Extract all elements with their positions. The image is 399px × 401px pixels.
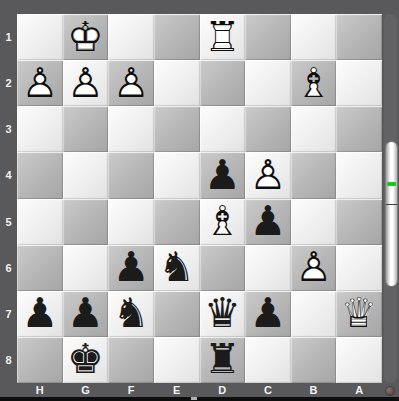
square-e5[interactable] [154,199,200,245]
square-g3[interactable] [63,106,109,152]
square-b8[interactable] [291,337,337,383]
square-h4[interactable] [17,152,63,198]
piece-black-pawn[interactable]: ♟ [200,152,246,198]
piece-white-pawn[interactable]: ♟♙ [108,60,154,106]
square-e8[interactable] [154,337,200,383]
piece-white-queen[interactable]: ♛♕ [336,291,382,337]
square-b1[interactable] [291,14,337,60]
piece-black-pawn[interactable]: ♟ [245,199,291,245]
black-king-icon: ♚ [63,337,109,383]
square-g4[interactable] [63,152,109,198]
status-indicator-dot [385,386,395,396]
white-rook-icon: ♜ [200,14,246,60]
rank-label-3: 3 [0,106,17,152]
file-label-c: C [245,383,291,397]
eval-green-marker [387,182,396,186]
file-labels: HGFEDCBA [17,383,382,397]
square-a2[interactable] [336,60,382,106]
rank-label-5: 5 [0,199,17,245]
square-h8[interactable] [17,337,63,383]
white-rook-outline-icon: ♖ [200,14,246,60]
square-h3[interactable] [17,106,63,152]
piece-white-pawn[interactable]: ♟♙ [17,60,63,106]
square-b4[interactable] [291,152,337,198]
square-d3[interactable] [200,106,246,152]
square-h7[interactable]: ♟ [17,291,63,337]
white-pawn-outline-icon: ♙ [108,60,154,106]
eval-zero-line [386,204,397,205]
square-d4[interactable]: ♟ [200,152,246,198]
square-h2[interactable]: ♟♙ [17,60,63,106]
black-pawn-icon: ♟ [200,152,246,198]
black-pawn-icon: ♟ [108,245,154,291]
square-d5[interactable]: ♝♗ [200,199,246,245]
square-d2[interactable] [200,60,246,106]
piece-white-king[interactable]: ♚♔ [63,14,109,60]
black-queen-icon: ♛ [200,291,246,337]
square-e2[interactable] [154,60,200,106]
piece-black-pawn[interactable]: ♟ [108,245,154,291]
white-bishop-outline-icon: ♗ [200,199,246,245]
chess-app-window: ♚♔♜♖♟♙♟♙♟♙♝♗♟♟♙♝♗♟♟♞♟♙♟♟♞♛♟♛♕♚♜ 12345678… [0,0,399,401]
square-a8[interactable] [336,337,382,383]
piece-black-rook[interactable]: ♜ [200,337,246,383]
square-g1[interactable]: ♚♔ [63,14,109,60]
white-pawn-icon: ♟ [63,60,109,106]
piece-black-pawn[interactable]: ♟ [245,291,291,337]
piece-white-rook[interactable]: ♜♖ [200,14,246,60]
square-g7[interactable]: ♟ [63,291,109,337]
square-a7[interactable]: ♛♕ [336,291,382,337]
rank-label-7: 7 [0,291,17,337]
square-f1[interactable] [108,14,154,60]
square-e3[interactable] [154,106,200,152]
square-c6[interactable] [245,245,291,291]
white-pawn-icon: ♟ [17,60,63,106]
piece-black-king[interactable]: ♚ [63,337,109,383]
square-c7[interactable]: ♟ [245,291,291,337]
square-h5[interactable] [17,199,63,245]
square-g5[interactable] [63,199,109,245]
square-d6[interactable] [200,245,246,291]
square-c5[interactable]: ♟ [245,199,291,245]
square-f8[interactable] [108,337,154,383]
black-pawn-icon: ♟ [245,199,291,245]
white-pawn-outline-icon: ♙ [63,60,109,106]
square-g6[interactable] [63,245,109,291]
square-d7[interactable]: ♛ [200,291,246,337]
square-f4[interactable] [108,152,154,198]
rank-label-8: 8 [0,337,17,383]
square-e4[interactable] [154,152,200,198]
square-a5[interactable] [336,199,382,245]
square-b5[interactable] [291,199,337,245]
file-label-a: A [336,383,382,397]
piece-black-queen[interactable]: ♛ [200,291,246,337]
square-h6[interactable] [17,245,63,291]
piece-black-knight[interactable]: ♞ [154,245,200,291]
square-h1[interactable] [17,14,63,60]
square-c1[interactable] [245,14,291,60]
chess-board: ♚♔♜♖♟♙♟♙♟♙♝♗♟♟♙♝♗♟♟♞♟♙♟♟♞♛♟♛♕♚♜ [17,14,382,383]
square-e7[interactable] [154,291,200,337]
file-label-d: D [200,383,246,397]
rank-labels: 12345678 [0,14,17,383]
white-bishop-outline-icon: ♗ [291,60,337,106]
square-b6[interactable]: ♟♙ [291,245,337,291]
black-knight-icon: ♞ [154,245,200,291]
rank-label-4: 4 [0,152,17,198]
black-pawn-icon: ♟ [63,291,109,337]
square-f7[interactable]: ♞ [108,291,154,337]
rank-label-2: 2 [0,60,17,106]
square-c3[interactable] [245,106,291,152]
file-label-g: G [63,383,109,397]
square-b2[interactable]: ♝♗ [291,60,337,106]
square-g8[interactable]: ♚ [63,337,109,383]
rank-label-1: 1 [0,14,17,60]
file-label-b: B [291,383,337,397]
piece-white-bishop[interactable]: ♝♗ [200,199,246,245]
white-queen-outline-icon: ♕ [336,291,382,337]
piece-black-pawn[interactable]: ♟ [17,291,63,337]
square-e6[interactable]: ♞ [154,245,200,291]
black-rook-icon: ♜ [200,337,246,383]
piece-white-pawn[interactable]: ♟♙ [291,245,337,291]
eval-bar-thumb[interactable] [385,141,398,287]
piece-black-pawn[interactable]: ♟ [63,291,109,337]
square-f6[interactable]: ♟ [108,245,154,291]
square-a6[interactable] [336,245,382,291]
resize-notch [191,397,197,400]
black-pawn-icon: ♟ [17,291,63,337]
white-pawn-icon: ♟ [245,152,291,198]
square-c2[interactable] [245,60,291,106]
file-label-f: F [108,383,154,397]
square-c4[interactable]: ♟♙ [245,152,291,198]
square-f5[interactable] [108,199,154,245]
square-c8[interactable] [245,337,291,383]
white-queen-icon: ♛ [336,291,382,337]
white-pawn-icon: ♟ [108,60,154,106]
square-a3[interactable] [336,106,382,152]
square-b7[interactable] [291,291,337,337]
square-b3[interactable] [291,106,337,152]
black-pawn-icon: ♟ [245,291,291,337]
square-f2[interactable]: ♟♙ [108,60,154,106]
white-pawn-outline-icon: ♙ [245,152,291,198]
white-pawn-outline-icon: ♙ [17,60,63,106]
eval-bar-track [384,14,397,383]
eval-bar-panel [382,0,399,401]
piece-white-pawn[interactable]: ♟♙ [63,60,109,106]
white-king-icon: ♚ [63,14,109,60]
square-g2[interactable]: ♟♙ [63,60,109,106]
white-pawn-outline-icon: ♙ [291,245,337,291]
piece-white-pawn[interactable]: ♟♙ [245,152,291,198]
square-d8[interactable]: ♜ [200,337,246,383]
white-bishop-icon: ♝ [200,199,246,245]
square-a4[interactable] [336,152,382,198]
piece-white-bishop[interactable]: ♝♗ [291,60,337,106]
file-label-e: E [154,383,200,397]
square-a1[interactable] [336,14,382,60]
white-bishop-icon: ♝ [291,60,337,106]
square-e1[interactable] [154,14,200,60]
white-king-outline-icon: ♔ [63,14,109,60]
black-knight-icon: ♞ [108,291,154,337]
window-bottom-edge [0,397,399,401]
piece-black-knight[interactable]: ♞ [108,291,154,337]
square-f3[interactable] [108,106,154,152]
rank-label-6: 6 [0,245,17,291]
file-label-h: H [17,383,63,397]
square-d1[interactable]: ♜♖ [200,14,246,60]
white-pawn-icon: ♟ [291,245,337,291]
